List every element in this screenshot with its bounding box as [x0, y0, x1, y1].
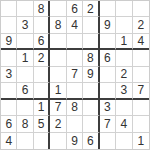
sudoku-cell-r6c8[interactable]: 3: [116, 83, 132, 99]
sudoku-cell-r3c9[interactable]: 4: [133, 34, 149, 50]
sudoku-cell-r1c5[interactable]: 6: [67, 1, 83, 17]
sudoku-cell-r8c7[interactable]: 7: [100, 116, 116, 132]
sudoku-cell-r5c5[interactable]: 7: [67, 67, 83, 83]
sudoku-cell-r5c3[interactable]: [34, 67, 50, 83]
sudoku-cell-r8c1[interactable]: 6: [1, 116, 17, 132]
sudoku-cell-r8c3[interactable]: 5: [34, 116, 50, 132]
sudoku-cell-r8c9[interactable]: [133, 116, 149, 132]
sudoku-cell-r2c9[interactable]: 2: [133, 17, 149, 33]
sudoku-cell-r9c7[interactable]: [100, 133, 116, 149]
sudoku-cell-r6c1[interactable]: [1, 83, 17, 99]
sudoku-cell-r5c1[interactable]: 3: [1, 67, 17, 83]
sudoku-cell-r5c6[interactable]: 9: [83, 67, 99, 83]
sudoku-cell-r7c5[interactable]: 8: [67, 100, 83, 116]
sudoku-cell-r6c5[interactable]: [67, 83, 83, 99]
sudoku-cell-r9c1[interactable]: 4: [1, 133, 17, 149]
sudoku-cell-r6c3[interactable]: [34, 83, 50, 99]
sudoku-cell-r3c5[interactable]: [67, 34, 83, 50]
sudoku-cell-r4c7[interactable]: 6: [100, 50, 116, 66]
sudoku-cell-r2c5[interactable]: 4: [67, 17, 83, 33]
sudoku-cell-r1c4[interactable]: [50, 1, 66, 17]
sudoku-cell-r3c7[interactable]: [100, 34, 116, 50]
sudoku-cell-r6c7[interactable]: [100, 83, 116, 99]
sudoku-cell-r4c8[interactable]: [116, 50, 132, 66]
sudoku-cell-r6c6[interactable]: [83, 83, 99, 99]
sudoku-cell-r8c5[interactable]: [67, 116, 83, 132]
sudoku-cell-r9c5[interactable]: 9: [67, 133, 83, 149]
sudoku-cell-r5c9[interactable]: [133, 67, 149, 83]
sudoku-cell-r2c6[interactable]: [83, 17, 99, 33]
sudoku-cell-r8c2[interactable]: 8: [17, 116, 33, 132]
sudoku-cell-r9c3[interactable]: [34, 133, 50, 149]
sudoku-cell-r5c4[interactable]: [50, 67, 66, 83]
sudoku-cell-r4c9[interactable]: [133, 50, 149, 66]
sudoku-cell-r1c9[interactable]: [133, 1, 149, 17]
sudoku-cell-r7c7[interactable]: 3: [100, 100, 116, 116]
sudoku-cell-r3c3[interactable]: 6: [34, 34, 50, 50]
sudoku-cell-r2c7[interactable]: 9: [100, 17, 116, 33]
sudoku-cell-r6c2[interactable]: 6: [17, 83, 33, 99]
sudoku-cell-r4c5[interactable]: [67, 50, 83, 66]
sudoku-cell-r1c7[interactable]: [100, 1, 116, 17]
sudoku-cell-r3c4[interactable]: [50, 34, 66, 50]
sudoku-cell-r7c3[interactable]: 1: [34, 100, 50, 116]
sudoku-cell-r8c4[interactable]: 2: [50, 116, 66, 132]
sudoku-cell-r2c2[interactable]: 3: [17, 17, 33, 33]
sudoku-cell-r7c8[interactable]: [116, 100, 132, 116]
sudoku-cell-r7c6[interactable]: [83, 100, 99, 116]
sudoku-cell-r1c3[interactable]: 8: [34, 1, 50, 17]
sudoku-cell-r4c6[interactable]: 8: [83, 50, 99, 66]
sudoku-cell-r5c2[interactable]: [17, 67, 33, 83]
sudoku-cell-r4c2[interactable]: 1: [17, 50, 33, 66]
sudoku-cell-r7c2[interactable]: [17, 100, 33, 116]
sudoku-cell-r6c4[interactable]: 1: [50, 83, 66, 99]
sudoku-cell-r9c6[interactable]: 6: [83, 133, 99, 149]
sudoku-cell-r1c6[interactable]: 2: [83, 1, 99, 17]
sudoku-cell-r3c2[interactable]: [17, 34, 33, 50]
sudoku-cell-r9c9[interactable]: 1: [133, 133, 149, 149]
sudoku-cell-r7c4[interactable]: 7: [50, 100, 66, 116]
sudoku-cell-r5c8[interactable]: 2: [116, 67, 132, 83]
sudoku-cell-r8c8[interactable]: 4: [116, 116, 132, 132]
sudoku-cell-r2c8[interactable]: [116, 17, 132, 33]
sudoku-cell-r3c8[interactable]: 1: [116, 34, 132, 50]
sudoku-cell-r1c1[interactable]: [1, 1, 17, 17]
sudoku-cell-r2c4[interactable]: 8: [50, 17, 66, 33]
sudoku-cell-r2c3[interactable]: [34, 17, 50, 33]
sudoku-cell-r7c1[interactable]: [1, 100, 17, 116]
sudoku-cell-r4c1[interactable]: [1, 50, 17, 66]
sudoku-cell-r4c4[interactable]: [50, 50, 66, 66]
sudoku-cell-r3c6[interactable]: [83, 34, 99, 50]
sudoku-cell-r4c3[interactable]: 2: [34, 50, 50, 66]
sudoku-cell-r1c8[interactable]: [116, 1, 132, 17]
sudoku-cell-r2c1[interactable]: [1, 17, 17, 33]
sudoku-cell-r9c2[interactable]: [17, 133, 33, 149]
sudoku-cell-r3c1[interactable]: 9: [1, 34, 17, 50]
sudoku-cell-r9c8[interactable]: [116, 133, 132, 149]
sudoku-cell-r9c4[interactable]: [50, 133, 66, 149]
sudoku-cell-r5c7[interactable]: [100, 67, 116, 83]
sudoku-cell-r7c9[interactable]: [133, 100, 149, 116]
sudoku-cell-r8c6[interactable]: [83, 116, 99, 132]
sudoku-cell-r6c9[interactable]: 7: [133, 83, 149, 99]
sudoku-board: 86238492961412863792613717836852744961: [0, 0, 150, 150]
sudoku-cell-r1c2[interactable]: [17, 1, 33, 17]
